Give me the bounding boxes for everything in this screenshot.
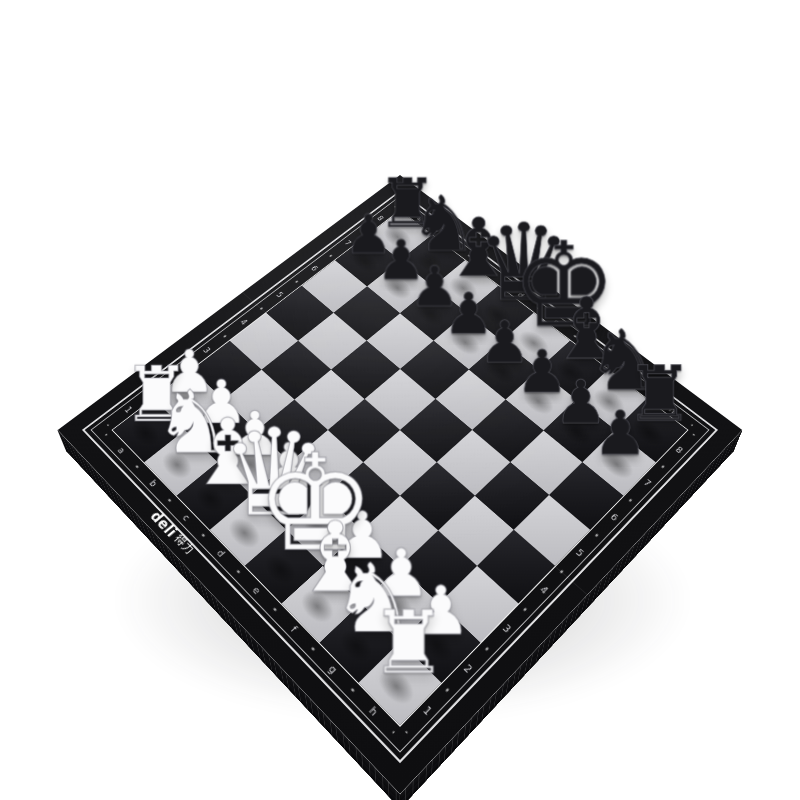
product-photo-scene: abcdefgh abcdefgh 87654321 87654321 ♜♞♝♛…: [0, 0, 800, 800]
square-f6[interactable]: [472, 399, 544, 462]
black-pawn[interactable]: ♟: [593, 402, 645, 463]
white-rook[interactable]: ♜: [370, 596, 428, 683]
square-c6[interactable]: [366, 313, 434, 370]
